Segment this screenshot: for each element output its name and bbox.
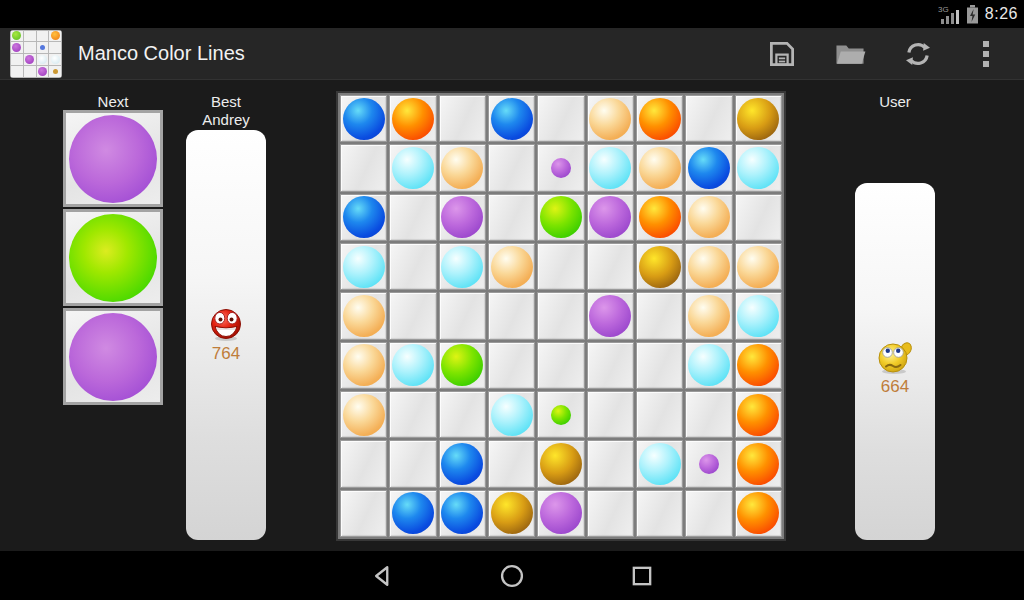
board-cell[interactable]	[340, 243, 387, 290]
ball-G[interactable]	[540, 196, 582, 238]
ball-O[interactable]	[737, 344, 779, 386]
board-cell[interactable]	[340, 440, 387, 487]
ball-T[interactable]	[343, 295, 385, 337]
app-title: Manco Color Lines	[78, 42, 245, 65]
board-cell[interactable]	[685, 292, 732, 339]
ball-B[interactable]	[441, 443, 483, 485]
home-icon	[498, 562, 526, 590]
board-cell[interactable]	[488, 440, 535, 487]
board-cell[interactable]	[439, 95, 486, 142]
board-cell[interactable]	[636, 342, 683, 389]
board	[336, 91, 786, 541]
board-cell[interactable]	[439, 391, 486, 438]
ball-B[interactable]	[441, 492, 483, 534]
board-cell[interactable]	[685, 194, 732, 241]
board-cell[interactable]	[439, 292, 486, 339]
board-cell[interactable]	[488, 95, 535, 142]
board-cell[interactable]	[439, 342, 486, 389]
ball-D[interactable]	[491, 492, 533, 534]
action-bar	[766, 38, 1024, 70]
navigation-bar	[0, 551, 1024, 600]
board-cell[interactable]	[340, 95, 387, 142]
ball-P[interactable]	[540, 492, 582, 534]
recents-icon	[628, 562, 656, 590]
ball-T[interactable]	[441, 147, 483, 189]
ball-O[interactable]	[737, 394, 779, 436]
board-cell[interactable]	[685, 440, 732, 487]
board-cell[interactable]	[685, 95, 732, 142]
board-cell[interactable]	[439, 490, 486, 537]
ball-C[interactable]	[343, 246, 385, 288]
board-cell[interactable]	[587, 95, 634, 142]
board-cell[interactable]	[735, 144, 782, 191]
back-button[interactable]	[367, 561, 397, 591]
board-cell[interactable]	[488, 490, 535, 537]
board-cell[interactable]	[587, 391, 634, 438]
board-cell[interactable]	[587, 342, 634, 389]
board-cell[interactable]	[735, 342, 782, 389]
ball-T[interactable]	[343, 344, 385, 386]
board-cell[interactable]	[488, 342, 535, 389]
board-cell[interactable]	[389, 144, 436, 191]
best-player-name: Andrey	[186, 111, 266, 128]
refresh-icon	[903, 39, 933, 69]
ball-P[interactable]	[589, 196, 631, 238]
best-label: Best	[186, 93, 266, 110]
board-cell[interactable]	[389, 95, 436, 142]
app-launcher-icon	[10, 30, 62, 78]
user-label: User	[855, 93, 935, 110]
best-score-panel: 764	[186, 130, 266, 540]
open-button[interactable]	[834, 38, 866, 70]
board-cell[interactable]	[537, 95, 584, 142]
ball-T[interactable]	[589, 98, 631, 140]
board-cell[interactable]	[636, 95, 683, 142]
board-cell[interactable]	[439, 194, 486, 241]
screen: 3G 8:26 Manco Color Lines	[0, 0, 1024, 600]
board-cell[interactable]	[636, 440, 683, 487]
board-cell[interactable]	[389, 194, 436, 241]
board-cell[interactable]	[537, 490, 584, 537]
ball-T[interactable]	[639, 147, 681, 189]
ball-D[interactable]	[737, 98, 779, 140]
next-balls-panel	[63, 110, 163, 407]
board-cell[interactable]	[340, 490, 387, 537]
app-bar: Manco Color Lines	[0, 28, 1024, 80]
board-cell[interactable]	[537, 391, 584, 438]
board-cell[interactable]	[636, 490, 683, 537]
ball-C[interactable]	[737, 147, 779, 189]
ball-O[interactable]	[737, 443, 779, 485]
board-cell[interactable]	[537, 243, 584, 290]
board-cell[interactable]	[587, 292, 634, 339]
overflow-menu-icon	[983, 41, 989, 67]
board-cell[interactable]	[685, 243, 732, 290]
ball-C[interactable]	[392, 344, 434, 386]
user-score-panel: 664	[855, 183, 935, 540]
clock: 8:26	[985, 5, 1018, 23]
ball-B[interactable]	[343, 98, 385, 140]
ball-B[interactable]	[392, 492, 434, 534]
ball-C[interactable]	[688, 344, 730, 386]
board-cell[interactable]	[389, 391, 436, 438]
ball-P[interactable]	[441, 196, 483, 238]
board-cell[interactable]	[636, 243, 683, 290]
ball-T[interactable]	[343, 394, 385, 436]
next-ball-P	[69, 313, 157, 401]
board-cell[interactable]	[340, 391, 387, 438]
refresh-button[interactable]	[902, 38, 934, 70]
board-cell[interactable]	[488, 292, 535, 339]
board-cell[interactable]	[340, 194, 387, 241]
ball-B[interactable]	[491, 98, 533, 140]
status-bar: 3G 8:26	[0, 0, 1024, 28]
board-cell[interactable]	[685, 391, 732, 438]
ball-T[interactable]	[688, 196, 730, 238]
best-emoticon-red-grin	[208, 306, 244, 342]
signal-bars-icon: 3G	[938, 4, 960, 24]
main-area: Next Best Andrey	[0, 80, 1024, 551]
save-icon	[767, 39, 797, 69]
board-cell[interactable]	[587, 440, 634, 487]
board-cell[interactable]	[587, 243, 634, 290]
recents-button[interactable]	[627, 561, 657, 591]
board-cell[interactable]	[735, 95, 782, 142]
ball-G[interactable]	[441, 344, 483, 386]
board-cell[interactable]	[537, 144, 584, 191]
ball-C[interactable]	[392, 147, 434, 189]
board-cell[interactable]	[735, 490, 782, 537]
next-ball-cell	[63, 209, 163, 306]
preview-ball-G	[551, 405, 571, 425]
board-cell[interactable]	[685, 144, 732, 191]
board-cell[interactable]	[537, 342, 584, 389]
ball-T[interactable]	[737, 246, 779, 288]
board-cell[interactable]	[587, 490, 634, 537]
board-cell[interactable]	[685, 490, 732, 537]
board-cell[interactable]	[389, 342, 436, 389]
preview-ball-P	[551, 158, 571, 178]
next-ball-cell	[63, 110, 163, 207]
board-cell[interactable]	[340, 342, 387, 389]
board-cell[interactable]	[389, 292, 436, 339]
board-cell[interactable]	[636, 194, 683, 241]
board-cell[interactable]	[636, 391, 683, 438]
open-folder-icon	[834, 39, 866, 69]
ball-T[interactable]	[491, 246, 533, 288]
board-cell[interactable]	[439, 440, 486, 487]
ball-C[interactable]	[589, 147, 631, 189]
board-cell[interactable]	[389, 440, 436, 487]
next-label: Next	[63, 93, 163, 110]
ball-O[interactable]	[392, 98, 434, 140]
ball-P[interactable]	[589, 295, 631, 337]
board-cell[interactable]	[636, 144, 683, 191]
board-cell[interactable]	[636, 292, 683, 339]
user-emoticon-yellow-worried	[875, 339, 915, 375]
board-cell[interactable]	[537, 292, 584, 339]
overflow-menu-button[interactable]	[970, 38, 1002, 70]
save-button[interactable]	[766, 38, 798, 70]
board-cell[interactable]	[735, 440, 782, 487]
board-cell[interactable]	[488, 194, 535, 241]
ball-C[interactable]	[737, 295, 779, 337]
board-cell[interactable]	[587, 144, 634, 191]
home-button[interactable]	[497, 561, 527, 591]
battery-charging-icon	[966, 4, 979, 24]
preview-ball-P	[699, 454, 719, 474]
ball-O[interactable]	[737, 492, 779, 534]
ball-O[interactable]	[639, 196, 681, 238]
board-cell[interactable]	[439, 243, 486, 290]
ball-T[interactable]	[688, 246, 730, 288]
board-cell[interactable]	[685, 342, 732, 389]
network-type-label: 3G	[938, 5, 949, 14]
next-ball-P	[69, 115, 157, 203]
board-cell[interactable]	[389, 243, 436, 290]
ball-B[interactable]	[688, 147, 730, 189]
board-cell[interactable]	[340, 144, 387, 191]
board-cell[interactable]	[587, 194, 634, 241]
board-cell[interactable]	[735, 243, 782, 290]
board-cell[interactable]	[340, 292, 387, 339]
board-cell[interactable]	[537, 194, 584, 241]
user-score: 664	[855, 377, 935, 397]
best-score: 764	[186, 344, 266, 364]
ball-C[interactable]	[491, 394, 533, 436]
ball-O[interactable]	[639, 98, 681, 140]
board-cell[interactable]	[488, 391, 535, 438]
ball-D[interactable]	[639, 246, 681, 288]
ball-C[interactable]	[639, 443, 681, 485]
board-cell[interactable]	[488, 243, 535, 290]
board-cell[interactable]	[488, 144, 535, 191]
ball-T[interactable]	[688, 295, 730, 337]
back-icon	[368, 562, 396, 590]
next-ball-G	[69, 214, 157, 302]
board-cell[interactable]	[735, 194, 782, 241]
board-cell[interactable]	[735, 391, 782, 438]
board-cell[interactable]	[389, 490, 436, 537]
board-cell[interactable]	[439, 144, 486, 191]
ball-D[interactable]	[540, 443, 582, 485]
ball-C[interactable]	[441, 246, 483, 288]
board-cell[interactable]	[735, 292, 782, 339]
ball-B[interactable]	[343, 196, 385, 238]
next-ball-cell	[63, 308, 163, 405]
board-cell[interactable]	[537, 440, 584, 487]
